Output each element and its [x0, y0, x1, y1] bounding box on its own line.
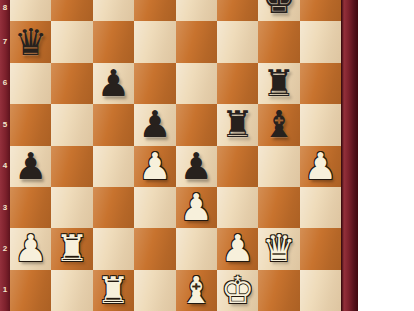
square-b3[interactable] [51, 187, 92, 228]
rank-label-8: 8 [0, 3, 10, 12]
square-e4[interactable]: ♟ [176, 146, 217, 187]
chess-diagram: 87654321 ♚♛♟♜♟♜♝♟♟♟♟♟♟♜♟♛♜♝♚ [0, 0, 414, 311]
square-f8[interactable] [217, 0, 258, 21]
square-g5[interactable]: ♝ [258, 104, 299, 145]
black-pawn[interactable]: ♟ [10, 146, 51, 187]
square-h5[interactable] [300, 104, 341, 145]
square-h8[interactable] [300, 0, 341, 21]
square-a2[interactable]: ♟ [10, 228, 51, 269]
black-queen[interactable]: ♛ [10, 21, 51, 62]
square-a1[interactable] [10, 270, 51, 311]
board-clip: ♚♛♟♜♟♜♝♟♟♟♟♟♟♜♟♛♜♝♚ [10, 0, 341, 311]
rank-rail: 87654321 [0, 0, 10, 311]
square-f3[interactable] [217, 187, 258, 228]
square-d6[interactable] [134, 63, 175, 104]
square-d1[interactable] [134, 270, 175, 311]
square-b6[interactable] [51, 63, 92, 104]
square-f5[interactable]: ♜ [217, 104, 258, 145]
square-e5[interactable] [176, 104, 217, 145]
square-b8[interactable] [51, 0, 92, 21]
square-g7[interactable] [258, 21, 299, 62]
square-a4[interactable]: ♟ [10, 146, 51, 187]
square-a5[interactable] [10, 104, 51, 145]
black-bishop[interactable]: ♝ [258, 104, 299, 145]
square-c3[interactable] [93, 187, 134, 228]
square-h3[interactable] [300, 187, 341, 228]
white-bishop[interactable]: ♝ [176, 270, 217, 311]
rank-label-4: 4 [0, 161, 10, 170]
white-rook[interactable]: ♜ [93, 270, 134, 311]
square-g2[interactable]: ♛ [258, 228, 299, 269]
white-pawn[interactable]: ♟ [176, 187, 217, 228]
square-g1[interactable] [258, 270, 299, 311]
square-g8[interactable]: ♚ [258, 0, 299, 21]
square-c5[interactable] [93, 104, 134, 145]
square-c7[interactable] [93, 21, 134, 62]
square-d7[interactable] [134, 21, 175, 62]
square-c6[interactable]: ♟ [93, 63, 134, 104]
square-h4[interactable]: ♟ [300, 146, 341, 187]
rank-label-3: 3 [0, 203, 10, 212]
rank-label-1: 1 [0, 285, 10, 294]
square-h7[interactable] [300, 21, 341, 62]
square-g4[interactable] [258, 146, 299, 187]
square-h1[interactable] [300, 270, 341, 311]
square-a6[interactable] [10, 63, 51, 104]
white-rook[interactable]: ♜ [51, 228, 92, 269]
square-b1[interactable] [51, 270, 92, 311]
rank-label-6: 6 [0, 78, 10, 87]
square-b2[interactable]: ♜ [51, 228, 92, 269]
black-rook[interactable]: ♜ [258, 63, 299, 104]
square-f2[interactable]: ♟ [217, 228, 258, 269]
rank-label-7: 7 [0, 37, 10, 46]
square-f7[interactable] [217, 21, 258, 62]
square-b5[interactable] [51, 104, 92, 145]
white-pawn[interactable]: ♟ [217, 228, 258, 269]
square-e8[interactable] [176, 0, 217, 21]
white-queen[interactable]: ♛ [258, 228, 299, 269]
white-king[interactable]: ♚ [217, 270, 258, 311]
square-a8[interactable] [10, 0, 51, 21]
square-e1[interactable]: ♝ [176, 270, 217, 311]
white-pawn[interactable]: ♟ [10, 228, 51, 269]
black-king[interactable]: ♚ [258, 0, 299, 21]
square-g6[interactable]: ♜ [258, 63, 299, 104]
black-pawn[interactable]: ♟ [134, 104, 175, 145]
square-a7[interactable]: ♛ [10, 21, 51, 62]
square-e6[interactable] [176, 63, 217, 104]
white-pawn[interactable]: ♟ [300, 146, 341, 187]
white-pawn[interactable]: ♟ [134, 146, 175, 187]
black-rook[interactable]: ♜ [217, 104, 258, 145]
chess-board: ♚♛♟♜♟♜♝♟♟♟♟♟♟♜♟♛♜♝♚ [10, 0, 341, 311]
square-b4[interactable] [51, 146, 92, 187]
square-d2[interactable] [134, 228, 175, 269]
square-f1[interactable]: ♚ [217, 270, 258, 311]
square-f6[interactable] [217, 63, 258, 104]
square-e3[interactable]: ♟ [176, 187, 217, 228]
square-c4[interactable] [93, 146, 134, 187]
square-d3[interactable] [134, 187, 175, 228]
square-g3[interactable] [258, 187, 299, 228]
square-a3[interactable] [10, 187, 51, 228]
black-pawn[interactable]: ♟ [176, 146, 217, 187]
square-c8[interactable] [93, 0, 134, 21]
square-c1[interactable]: ♜ [93, 270, 134, 311]
square-f4[interactable] [217, 146, 258, 187]
square-e7[interactable] [176, 21, 217, 62]
square-d4[interactable]: ♟ [134, 146, 175, 187]
square-h6[interactable] [300, 63, 341, 104]
rank-label-5: 5 [0, 120, 10, 129]
square-e2[interactable] [176, 228, 217, 269]
square-b7[interactable] [51, 21, 92, 62]
square-h2[interactable] [300, 228, 341, 269]
square-c2[interactable] [93, 228, 134, 269]
rank-label-2: 2 [0, 244, 10, 253]
square-d8[interactable] [134, 0, 175, 21]
board-right-edge [341, 0, 358, 311]
square-d5[interactable]: ♟ [134, 104, 175, 145]
black-pawn[interactable]: ♟ [93, 63, 134, 104]
